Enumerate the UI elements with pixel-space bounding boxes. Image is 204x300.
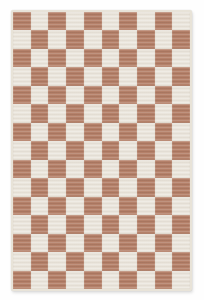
board-cell [66, 141, 84, 159]
board-cell [172, 141, 190, 159]
board-cell [137, 197, 155, 215]
board-cell [155, 12, 173, 30]
board-cell [119, 252, 137, 270]
board-cell [172, 234, 190, 252]
board-cell [172, 30, 190, 48]
board-cell [66, 178, 84, 196]
board-cell [172, 252, 190, 270]
board-cell [137, 12, 155, 30]
board-cell [13, 271, 31, 289]
board-cell [137, 234, 155, 252]
board-cell [48, 252, 66, 270]
board-cell [48, 12, 66, 30]
board-cell [31, 160, 49, 178]
board-cell [119, 30, 137, 48]
board-cell [84, 271, 102, 289]
board-cell [31, 12, 49, 30]
board-cell [102, 160, 120, 178]
board-cell [84, 178, 102, 196]
board-cell [84, 234, 102, 252]
board-cell [172, 271, 190, 289]
board-cell [13, 86, 31, 104]
board-cell [84, 104, 102, 122]
board-cell [66, 234, 84, 252]
board-cell [13, 252, 31, 270]
board-cell [137, 160, 155, 178]
board-cell [31, 67, 49, 85]
board-cell [48, 215, 66, 233]
board-cell [84, 123, 102, 141]
board-cell [155, 178, 173, 196]
board-cell [155, 234, 173, 252]
board-cell [172, 178, 190, 196]
board-cell [119, 49, 137, 67]
board-cell [137, 104, 155, 122]
board-cell [48, 49, 66, 67]
board-cell [84, 86, 102, 104]
board-cell [102, 123, 120, 141]
board-cell [155, 141, 173, 159]
board-cell [172, 197, 190, 215]
board-cell [155, 49, 173, 67]
board-cell [66, 30, 84, 48]
board-cell [137, 67, 155, 85]
board-cell [119, 86, 137, 104]
board-cell [155, 197, 173, 215]
board-cell [48, 160, 66, 178]
board-cell [119, 104, 137, 122]
board-cell [48, 30, 66, 48]
board-cell [102, 12, 120, 30]
board-cell [48, 197, 66, 215]
board-cell [31, 104, 49, 122]
board-cell [31, 215, 49, 233]
board-cell [155, 160, 173, 178]
board-cell [84, 12, 102, 30]
board-cell [119, 141, 137, 159]
board-cell [66, 160, 84, 178]
board-cell [66, 12, 84, 30]
board-cell [66, 123, 84, 141]
board-cell [155, 86, 173, 104]
board-cell [31, 252, 49, 270]
board-cell [84, 49, 102, 67]
board-cell [13, 141, 31, 159]
board-cell [31, 141, 49, 159]
board-cell [31, 234, 49, 252]
board-cell [48, 271, 66, 289]
board-cell [13, 104, 31, 122]
board-cell [119, 160, 137, 178]
board-cell [84, 252, 102, 270]
board-cell [137, 30, 155, 48]
board-cell [84, 215, 102, 233]
board-cell [102, 252, 120, 270]
board-cell [31, 49, 49, 67]
board-cell [13, 215, 31, 233]
board-cell [13, 160, 31, 178]
board-cell [137, 178, 155, 196]
board-cell [31, 271, 49, 289]
board-cell [13, 123, 31, 141]
board-cell [137, 141, 155, 159]
board-cell [155, 30, 173, 48]
board-cell [84, 197, 102, 215]
board-cell [102, 49, 120, 67]
board-cell [48, 178, 66, 196]
board-cell [84, 160, 102, 178]
checkerboard [13, 12, 190, 289]
board-cell [172, 12, 190, 30]
board-cell [172, 215, 190, 233]
board-cell [172, 160, 190, 178]
board-cell [155, 67, 173, 85]
board-cell [13, 178, 31, 196]
board-cell [48, 123, 66, 141]
board-cell [119, 12, 137, 30]
board-cell [48, 67, 66, 85]
board-cell [48, 141, 66, 159]
board-cell [102, 67, 120, 85]
board-cell [13, 67, 31, 85]
board-cell [119, 67, 137, 85]
board-cell [48, 104, 66, 122]
board-cell [155, 271, 173, 289]
board-cell [119, 178, 137, 196]
board-cell [102, 215, 120, 233]
board-cell [66, 271, 84, 289]
board-cell [31, 86, 49, 104]
board-cell [119, 215, 137, 233]
board-cell [102, 104, 120, 122]
board-cell [102, 234, 120, 252]
board-cell [172, 104, 190, 122]
board-cell [137, 123, 155, 141]
board-cell [66, 215, 84, 233]
board-cell [119, 197, 137, 215]
board-cell [66, 49, 84, 67]
board-cell [137, 49, 155, 67]
board-cell [155, 215, 173, 233]
photo-background [0, 0, 204, 300]
board-cell [31, 30, 49, 48]
board-cell [102, 178, 120, 196]
board-cell [137, 86, 155, 104]
board-cell [13, 197, 31, 215]
board-cell [172, 49, 190, 67]
board-cell [119, 271, 137, 289]
board-cell [119, 123, 137, 141]
board-cell [13, 49, 31, 67]
board-cell [13, 30, 31, 48]
board-cell [48, 234, 66, 252]
board-cell [102, 271, 120, 289]
board-cell [66, 67, 84, 85]
board-cell [66, 197, 84, 215]
checkered-rug [11, 10, 192, 291]
board-cell [31, 178, 49, 196]
board-cell [84, 67, 102, 85]
board-cell [102, 30, 120, 48]
board-cell [66, 252, 84, 270]
board-cell [31, 123, 49, 141]
board-cell [137, 271, 155, 289]
board-cell [102, 141, 120, 159]
board-cell [137, 252, 155, 270]
board-cell [102, 197, 120, 215]
board-cell [172, 123, 190, 141]
board-cell [48, 86, 66, 104]
board-cell [102, 86, 120, 104]
board-cell [84, 30, 102, 48]
board-cell [119, 234, 137, 252]
board-cell [155, 252, 173, 270]
board-cell [172, 67, 190, 85]
board-cell [155, 123, 173, 141]
board-cell [13, 234, 31, 252]
board-cell [155, 104, 173, 122]
board-cell [66, 86, 84, 104]
board-cell [172, 86, 190, 104]
board-cell [31, 197, 49, 215]
board-cell [84, 141, 102, 159]
board-cell [66, 104, 84, 122]
board-cell [13, 12, 31, 30]
board-cell [137, 215, 155, 233]
